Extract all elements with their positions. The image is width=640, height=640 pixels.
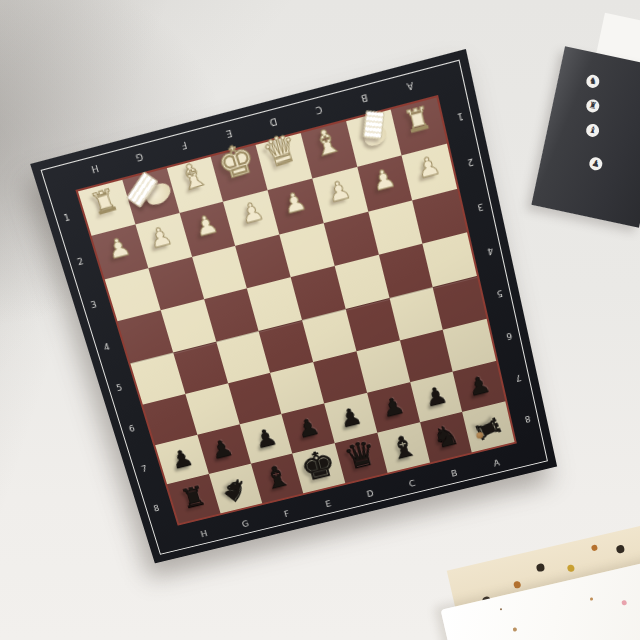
black-bishop-f8: ♝ <box>259 459 294 494</box>
file-label-bottom-B: B <box>450 469 458 478</box>
rook-badge: ♜ <box>585 98 600 113</box>
crumb-speck-3 <box>621 600 627 606</box>
black-knight-g8: ♞ <box>216 471 254 508</box>
file-label-bottom-D: D <box>366 489 375 499</box>
white-queen-d1: ♛ <box>259 127 304 175</box>
file-label-top-D: D <box>268 115 278 126</box>
table-scene: ♞♜♝♟ HGFEDCBAHGFEDCBA1234567812345678 ♜♝… <box>0 0 640 640</box>
polka-dot-4 <box>591 544 598 551</box>
white-bishop-f1: ♝ <box>173 156 212 197</box>
file-label-top-F: F <box>179 139 187 150</box>
file-label-top-G: G <box>134 150 144 161</box>
white-rook-a1: ♜ <box>401 103 434 140</box>
board-field: ♜♝♚♛♝♜♟♟♟♟♟♟♟♟♟♟♟♟♟♟♟♟♜♞♝♚♛♝♞♜ <box>78 98 515 524</box>
rank-label-right-1: 1 <box>456 110 464 121</box>
white-rook-h1: ♜ <box>88 185 123 221</box>
fallen-knight-piece <box>363 111 385 140</box>
file-label-bottom-C: C <box>408 479 416 488</box>
square-a8: ♜ <box>462 402 514 453</box>
rank-label-left-3: 3 <box>89 300 98 310</box>
white-pawn-b2: ♟ <box>369 164 397 195</box>
rank-label-right-6: 6 <box>505 330 513 340</box>
black-pawn-c7: ♟ <box>379 393 406 421</box>
black-pawn-g7: ♟ <box>208 435 236 463</box>
white-pawn-h2: ♟ <box>104 233 133 263</box>
white-bishop-c1: ♝ <box>308 122 346 163</box>
black-pawn-h7: ♟ <box>168 445 196 472</box>
rank-label-left-7: 7 <box>140 464 148 473</box>
crumb-speck-5 <box>500 608 502 610</box>
black-knight-b8: ♞ <box>430 420 462 453</box>
rank-label-right-4: 4 <box>486 245 494 255</box>
black-pawn-d7: ♟ <box>337 403 364 431</box>
file-label-top-C: C <box>314 103 323 114</box>
white-pawn-f2: ♟ <box>192 210 221 240</box>
white-king-e1: ♚ <box>212 136 260 187</box>
white-pawn-d2: ♟ <box>280 187 309 218</box>
file-label-bottom-E: E <box>325 499 333 508</box>
file-label-bottom-H: H <box>200 529 209 538</box>
rank-label-right-7: 7 <box>514 372 522 382</box>
crumb-speck-0 <box>513 627 518 632</box>
polka-dot-1 <box>513 581 521 589</box>
rank-label-right-8: 8 <box>523 413 531 423</box>
black-pawn-b7: ♟ <box>422 382 449 410</box>
black-pawn-f7: ♟ <box>252 424 279 452</box>
white-pawn-e2: ♟ <box>237 197 266 227</box>
black-king-e8: ♚ <box>296 443 339 487</box>
rank-label-left-2: 2 <box>76 257 85 267</box>
file-label-top-B: B <box>359 91 368 102</box>
polka-dot-5 <box>616 544 626 554</box>
black-bishop-c8: ♝ <box>386 429 420 464</box>
crumb-speck-2 <box>590 597 594 601</box>
rank-label-left-5: 5 <box>115 383 123 393</box>
file-label-top-A: A <box>405 79 414 90</box>
file-label-bottom-F: F <box>283 509 290 518</box>
black-pawn-e7: ♟ <box>294 414 321 442</box>
polka-dot-3 <box>567 564 575 572</box>
pawn-badge: ♟ <box>588 156 603 171</box>
file-label-bottom-A: A <box>493 458 501 468</box>
file-label-bottom-G: G <box>241 519 250 528</box>
chess-box-spine: ♞♜♝♟ <box>531 46 640 227</box>
knight-badge: ♞ <box>585 74 600 89</box>
black-rook-h8: ♜ <box>178 482 210 513</box>
rank-label-right-5: 5 <box>495 288 503 298</box>
white-pawn-a2: ♟ <box>414 151 442 182</box>
bishop-badge: ♝ <box>585 123 600 138</box>
white-pawn-g2: ♟ <box>146 222 175 252</box>
rank-label-left-6: 6 <box>128 424 136 434</box>
board-frame: HGFEDCBAHGFEDCBA1234567812345678 ♜♝♚♛♝♜♟… <box>30 49 557 563</box>
polka-dot-2 <box>536 563 546 573</box>
chess-board: HGFEDCBAHGFEDCBA1234567812345678 ♜♝♚♛♝♜♟… <box>30 49 557 563</box>
file-label-top-H: H <box>90 162 100 173</box>
black-rook-a8: ♜ <box>469 412 505 446</box>
black-pawn-a7: ♟ <box>465 371 492 399</box>
black-queen-d8: ♛ <box>340 435 380 476</box>
white-pawn-c2: ♟ <box>325 176 354 207</box>
rank-label-left-4: 4 <box>103 342 112 352</box>
rank-label-left-1: 1 <box>63 213 72 223</box>
rank-label-right-3: 3 <box>476 201 484 211</box>
rank-label-left-8: 8 <box>152 503 160 512</box>
rank-label-right-2: 2 <box>466 156 474 167</box>
